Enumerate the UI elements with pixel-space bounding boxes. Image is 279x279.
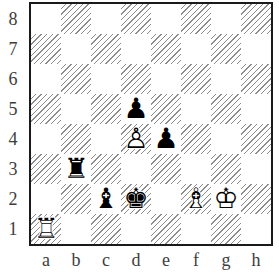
- rank-label-4: 4: [0, 124, 26, 154]
- file-label-a: a: [31, 247, 61, 273]
- black-pawn-icon: ♟: [123, 95, 148, 123]
- square-g1[interactable]: [211, 214, 241, 244]
- square-d8[interactable]: [121, 4, 151, 34]
- square-d3[interactable]: [121, 154, 151, 184]
- square-e7[interactable]: [151, 34, 181, 64]
- square-d6[interactable]: [121, 64, 151, 94]
- square-f7[interactable]: [181, 34, 211, 64]
- black-bishop-icon: ♝: [93, 185, 118, 213]
- file-label-b: b: [61, 247, 91, 273]
- square-g8[interactable]: [211, 4, 241, 34]
- square-c6[interactable]: [91, 64, 121, 94]
- square-f3[interactable]: [181, 154, 211, 184]
- square-h2[interactable]: [241, 184, 271, 214]
- file-label-f: f: [181, 247, 211, 273]
- square-c4[interactable]: [91, 124, 121, 154]
- black-king-icon: ♚: [123, 185, 148, 213]
- square-h8[interactable]: [241, 4, 271, 34]
- piece-white-rook[interactable]: ♜♖: [31, 214, 61, 244]
- square-f2[interactable]: ♝♗: [181, 184, 211, 214]
- square-f6[interactable]: [181, 64, 211, 94]
- square-c8[interactable]: [91, 4, 121, 34]
- square-a7[interactable]: [31, 34, 61, 64]
- square-f5[interactable]: [181, 94, 211, 124]
- rank-labels: 87654321: [0, 4, 26, 244]
- rank-label-8: 8: [0, 4, 26, 34]
- piece-black-bishop[interactable]: ♝♝: [91, 184, 121, 214]
- square-h7[interactable]: [241, 34, 271, 64]
- chess-diagram: 87654321 ♟♟♟♙♟♟♜♜♝♝♚♚♝♗♚♔♜♖ abcdefgh: [0, 0, 279, 279]
- square-g6[interactable]: [211, 64, 241, 94]
- black-rook-icon: ♜: [63, 155, 88, 183]
- piece-black-rook[interactable]: ♜♜: [61, 154, 91, 184]
- square-g7[interactable]: [211, 34, 241, 64]
- square-h4[interactable]: [241, 124, 271, 154]
- square-h6[interactable]: [241, 64, 271, 94]
- file-label-g: g: [211, 247, 241, 273]
- square-c1[interactable]: [91, 214, 121, 244]
- white-bishop-icon: ♗: [183, 185, 208, 213]
- white-king-icon: ♔: [213, 185, 238, 213]
- square-e2[interactable]: [151, 184, 181, 214]
- square-b7[interactable]: [61, 34, 91, 64]
- white-pawn-icon: ♙: [123, 125, 148, 153]
- square-f1[interactable]: [181, 214, 211, 244]
- square-e4[interactable]: ♟♟: [151, 124, 181, 154]
- square-d2[interactable]: ♚♚: [121, 184, 151, 214]
- rank-label-1: 1: [0, 214, 26, 244]
- square-f4[interactable]: [181, 124, 211, 154]
- square-b6[interactable]: [61, 64, 91, 94]
- square-g5[interactable]: [211, 94, 241, 124]
- white-rook-icon: ♖: [33, 215, 58, 243]
- square-a6[interactable]: [31, 64, 61, 94]
- piece-black-pawn[interactable]: ♟♟: [121, 94, 151, 124]
- square-c2[interactable]: ♝♝: [91, 184, 121, 214]
- rank-label-7: 7: [0, 34, 26, 64]
- square-c7[interactable]: [91, 34, 121, 64]
- piece-white-king[interactable]: ♚♔: [211, 184, 241, 214]
- square-h1[interactable]: [241, 214, 271, 244]
- square-e5[interactable]: [151, 94, 181, 124]
- square-b8[interactable]: [61, 4, 91, 34]
- square-a5[interactable]: [31, 94, 61, 124]
- rank-label-6: 6: [0, 64, 26, 94]
- square-h3[interactable]: [241, 154, 271, 184]
- file-label-e: e: [151, 247, 181, 273]
- square-b5[interactable]: [61, 94, 91, 124]
- chess-board: ♟♟♟♙♟♟♜♜♝♝♚♚♝♗♚♔♜♖: [29, 2, 273, 246]
- square-d1[interactable]: [121, 214, 151, 244]
- file-label-c: c: [91, 247, 121, 273]
- square-h5[interactable]: [241, 94, 271, 124]
- rank-label-2: 2: [0, 184, 26, 214]
- piece-white-bishop[interactable]: ♝♗: [181, 184, 211, 214]
- file-label-h: h: [241, 247, 271, 273]
- square-g2[interactable]: ♚♔: [211, 184, 241, 214]
- square-b3[interactable]: ♜♜: [61, 154, 91, 184]
- square-e3[interactable]: [151, 154, 181, 184]
- black-pawn-icon: ♟: [153, 125, 178, 153]
- square-g3[interactable]: [211, 154, 241, 184]
- piece-white-pawn[interactable]: ♟♙: [121, 124, 151, 154]
- square-a1[interactable]: ♜♖: [31, 214, 61, 244]
- file-labels: abcdefgh: [31, 247, 271, 273]
- square-c5[interactable]: [91, 94, 121, 124]
- file-label-d: d: [121, 247, 151, 273]
- square-b1[interactable]: [61, 214, 91, 244]
- piece-black-pawn[interactable]: ♟♟: [151, 124, 181, 154]
- square-e1[interactable]: [151, 214, 181, 244]
- square-e8[interactable]: [151, 4, 181, 34]
- square-e6[interactable]: [151, 64, 181, 94]
- square-a2[interactable]: [31, 184, 61, 214]
- rank-label-5: 5: [0, 94, 26, 124]
- square-a4[interactable]: [31, 124, 61, 154]
- square-g4[interactable]: [211, 124, 241, 154]
- square-d7[interactable]: [121, 34, 151, 64]
- square-a8[interactable]: [31, 4, 61, 34]
- square-d5[interactable]: ♟♟: [121, 94, 151, 124]
- piece-black-king[interactable]: ♚♚: [121, 184, 151, 214]
- square-c3[interactable]: [91, 154, 121, 184]
- rank-label-3: 3: [0, 154, 26, 184]
- square-b4[interactable]: [61, 124, 91, 154]
- square-a3[interactable]: [31, 154, 61, 184]
- square-b2[interactable]: [61, 184, 91, 214]
- square-d4[interactable]: ♟♙: [121, 124, 151, 154]
- square-f8[interactable]: [181, 4, 211, 34]
